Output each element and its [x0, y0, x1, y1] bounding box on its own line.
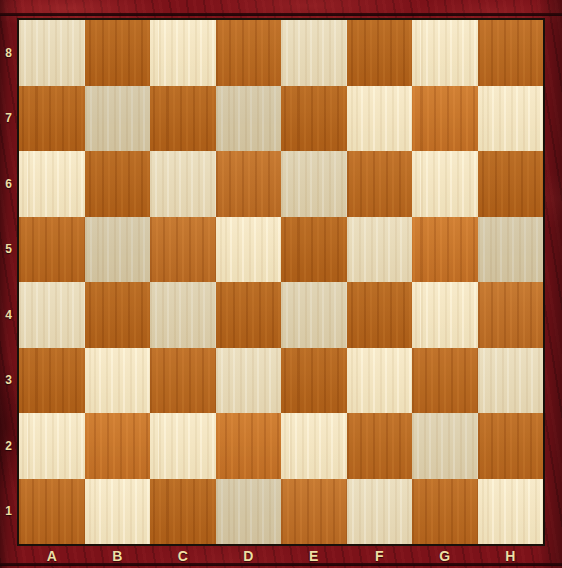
- square-f4[interactable]: [347, 282, 413, 348]
- square-f7[interactable]: [347, 86, 413, 152]
- file-label-a: A: [19, 547, 85, 564]
- square-f1[interactable]: [347, 479, 413, 545]
- frame-groove-top: [0, 13, 562, 16]
- square-c8[interactable]: [150, 20, 216, 86]
- square-g8[interactable]: [412, 20, 478, 86]
- square-h1[interactable]: [478, 479, 544, 545]
- square-g3[interactable]: [412, 348, 478, 414]
- square-b4[interactable]: [85, 282, 151, 348]
- square-f2[interactable]: [347, 413, 413, 479]
- file-labels: ABCDEFGH: [19, 547, 543, 564]
- square-e5[interactable]: [281, 217, 347, 283]
- rank-label-3: 3: [0, 348, 17, 414]
- square-h6[interactable]: [478, 151, 544, 217]
- square-d2[interactable]: [216, 413, 282, 479]
- square-c2[interactable]: [150, 413, 216, 479]
- square-h7[interactable]: [478, 86, 544, 152]
- square-g5[interactable]: [412, 217, 478, 283]
- square-g4[interactable]: [412, 282, 478, 348]
- rank-labels: 87654321: [0, 20, 17, 544]
- square-c1[interactable]: [150, 479, 216, 545]
- file-label-h: H: [478, 547, 544, 564]
- square-a1[interactable]: [19, 479, 85, 545]
- file-label-c: C: [150, 547, 216, 564]
- rank-label-6: 6: [0, 151, 17, 217]
- square-f3[interactable]: [347, 348, 413, 414]
- square-a8[interactable]: [19, 20, 85, 86]
- square-e7[interactable]: [281, 86, 347, 152]
- chess-board: [17, 18, 545, 546]
- square-a7[interactable]: [19, 86, 85, 152]
- square-d7[interactable]: [216, 86, 282, 152]
- file-label-b: B: [85, 547, 151, 564]
- square-e6[interactable]: [281, 151, 347, 217]
- square-a4[interactable]: [19, 282, 85, 348]
- square-a5[interactable]: [19, 217, 85, 283]
- square-b7[interactable]: [85, 86, 151, 152]
- square-b1[interactable]: [85, 479, 151, 545]
- square-c7[interactable]: [150, 86, 216, 152]
- square-d4[interactable]: [216, 282, 282, 348]
- square-g2[interactable]: [412, 413, 478, 479]
- square-b6[interactable]: [85, 151, 151, 217]
- square-e4[interactable]: [281, 282, 347, 348]
- board-frame: 87654321 ABCDEFGH: [0, 0, 562, 568]
- rank-label-1: 1: [0, 479, 17, 545]
- square-h5[interactable]: [478, 217, 544, 283]
- square-g6[interactable]: [412, 151, 478, 217]
- square-f5[interactable]: [347, 217, 413, 283]
- rank-label-8: 8: [0, 20, 17, 86]
- square-c6[interactable]: [150, 151, 216, 217]
- square-h2[interactable]: [478, 413, 544, 479]
- square-d8[interactable]: [216, 20, 282, 86]
- square-c3[interactable]: [150, 348, 216, 414]
- square-e3[interactable]: [281, 348, 347, 414]
- square-g7[interactable]: [412, 86, 478, 152]
- square-b3[interactable]: [85, 348, 151, 414]
- square-e1[interactable]: [281, 479, 347, 545]
- rank-label-5: 5: [0, 217, 17, 283]
- square-f8[interactable]: [347, 20, 413, 86]
- rank-label-2: 2: [0, 413, 17, 479]
- file-label-g: G: [412, 547, 478, 564]
- square-b5[interactable]: [85, 217, 151, 283]
- square-h8[interactable]: [478, 20, 544, 86]
- square-c4[interactable]: [150, 282, 216, 348]
- square-e2[interactable]: [281, 413, 347, 479]
- square-a3[interactable]: [19, 348, 85, 414]
- file-label-e: E: [281, 547, 347, 564]
- file-label-f: F: [347, 547, 413, 564]
- square-b2[interactable]: [85, 413, 151, 479]
- square-b8[interactable]: [85, 20, 151, 86]
- square-h3[interactable]: [478, 348, 544, 414]
- square-d5[interactable]: [216, 217, 282, 283]
- square-a6[interactable]: [19, 151, 85, 217]
- rank-label-7: 7: [0, 86, 17, 152]
- square-g1[interactable]: [412, 479, 478, 545]
- square-f6[interactable]: [347, 151, 413, 217]
- square-d1[interactable]: [216, 479, 282, 545]
- square-h4[interactable]: [478, 282, 544, 348]
- file-label-d: D: [216, 547, 282, 564]
- rank-label-4: 4: [0, 282, 17, 348]
- square-e8[interactable]: [281, 20, 347, 86]
- square-c5[interactable]: [150, 217, 216, 283]
- square-d6[interactable]: [216, 151, 282, 217]
- square-a2[interactable]: [19, 413, 85, 479]
- square-d3[interactable]: [216, 348, 282, 414]
